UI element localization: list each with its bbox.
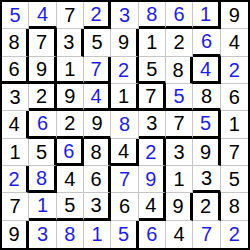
cell-r4c1[interactable]: 3 xyxy=(2,84,29,111)
cell-r5c8[interactable]: 5 xyxy=(193,111,220,138)
cell-r7c1[interactable]: 2 xyxy=(2,166,29,193)
cell-r5c3[interactable]: 2 xyxy=(57,111,84,138)
cell-r6c1[interactable]: 1 xyxy=(2,139,29,166)
cell-r9c8[interactable]: 7 xyxy=(193,221,220,248)
cell-r1c5[interactable]: 3 xyxy=(111,2,138,29)
cell-r1c9[interactable]: 9 xyxy=(221,2,248,29)
cell-r5c5[interactable]: 8 xyxy=(111,111,138,138)
cell-r2c8[interactable]: 6 xyxy=(193,29,220,56)
cell-r9c5[interactable]: 5 xyxy=(111,221,138,248)
cell-r4c6[interactable]: 7 xyxy=(139,84,166,111)
cell-r6c2[interactable]: 5 xyxy=(29,139,56,166)
cell-r1c4[interactable]: 2 xyxy=(84,2,111,29)
cell-r3c3[interactable]: 1 xyxy=(57,57,84,84)
cell-r3c2[interactable]: 9 xyxy=(29,57,56,84)
cell-r9c3[interactable]: 8 xyxy=(57,221,84,248)
cell-r7c2[interactable]: 8 xyxy=(29,166,56,193)
cell-r4c9[interactable]: 6 xyxy=(221,84,248,111)
cell-r8c4[interactable]: 3 xyxy=(84,193,111,220)
cell-r2c6[interactable]: 1 xyxy=(139,29,166,56)
cell-r2c4[interactable]: 5 xyxy=(84,29,111,56)
cell-r5c7[interactable]: 7 xyxy=(166,111,193,138)
cell-r9c9[interactable]: 2 xyxy=(221,221,248,248)
cell-r4c8[interactable]: 8 xyxy=(193,84,220,111)
cell-r3c5[interactable]: 2 xyxy=(111,57,138,84)
cell-r2c3[interactable]: 3 xyxy=(57,29,84,56)
cell-r6c8[interactable]: 9 xyxy=(193,139,220,166)
cell-r1c3[interactable]: 7 xyxy=(57,2,84,29)
cell-r1c7[interactable]: 6 xyxy=(166,2,193,29)
cell-r4c3[interactable]: 9 xyxy=(57,84,84,111)
cell-r4c2[interactable]: 2 xyxy=(29,84,56,111)
cell-r7c8[interactable]: 3 xyxy=(193,166,220,193)
cell-r7c5[interactable]: 7 xyxy=(111,166,138,193)
cell-r6c5[interactable]: 4 xyxy=(111,139,138,166)
cell-r8c8[interactable]: 2 xyxy=(193,193,220,220)
cell-r7c7[interactable]: 1 xyxy=(166,166,193,193)
cell-r3c1[interactable]: 6 xyxy=(2,57,29,84)
cell-r2c2[interactable]: 7 xyxy=(29,29,56,56)
cell-r8c2[interactable]: 1 xyxy=(29,193,56,220)
cell-r1c8[interactable]: 1 xyxy=(193,2,220,29)
cell-r5c1[interactable]: 4 xyxy=(2,111,29,138)
cell-r2c9[interactable]: 4 xyxy=(221,29,248,56)
cell-r8c6[interactable]: 4 xyxy=(139,193,166,220)
cell-r6c9[interactable]: 7 xyxy=(221,139,248,166)
cell-r8c1[interactable]: 7 xyxy=(2,193,29,220)
cell-r9c7[interactable]: 4 xyxy=(166,221,193,248)
cell-r8c7[interactable]: 9 xyxy=(166,193,193,220)
cell-r2c7[interactable]: 2 xyxy=(166,29,193,56)
cell-r7c9[interactable]: 5 xyxy=(221,166,248,193)
cell-r8c5[interactable]: 6 xyxy=(111,193,138,220)
cell-r9c2[interactable]: 3 xyxy=(29,221,56,248)
cell-r8c9[interactable]: 8 xyxy=(221,193,248,220)
cell-r9c4[interactable]: 1 xyxy=(84,221,111,248)
cell-r5c6[interactable]: 3 xyxy=(139,111,166,138)
cell-r7c6[interactable]: 9 xyxy=(139,166,166,193)
cell-r7c3[interactable]: 4 xyxy=(57,166,84,193)
cell-r1c2[interactable]: 4 xyxy=(29,2,56,29)
cell-r3c8[interactable]: 4 xyxy=(193,57,220,84)
cell-r4c5[interactable]: 1 xyxy=(111,84,138,111)
cell-r9c1[interactable]: 9 xyxy=(2,221,29,248)
cell-r6c7[interactable]: 3 xyxy=(166,139,193,166)
cell-r6c6[interactable]: 2 xyxy=(139,139,166,166)
cell-r3c6[interactable]: 5 xyxy=(139,57,166,84)
cell-r1c6[interactable]: 8 xyxy=(139,2,166,29)
cell-r5c9[interactable]: 1 xyxy=(221,111,248,138)
cell-r3c9[interactable]: 2 xyxy=(221,57,248,84)
cell-r5c4[interactable]: 9 xyxy=(84,111,111,138)
cell-r1c1[interactable]: 5 xyxy=(2,2,29,29)
cell-r3c4[interactable]: 7 xyxy=(84,57,111,84)
cell-r2c5[interactable]: 9 xyxy=(111,29,138,56)
cell-r7c4[interactable]: 6 xyxy=(84,166,111,193)
cell-r6c4[interactable]: 8 xyxy=(84,139,111,166)
cell-r4c7[interactable]: 5 xyxy=(166,84,193,111)
cell-r6c3[interactable]: 6 xyxy=(57,139,84,166)
sudoku-board: 5472386198735912646917258423294175864629… xyxy=(0,0,250,250)
cell-r2c1[interactable]: 8 xyxy=(2,29,29,56)
cell-r3c7[interactable]: 8 xyxy=(166,57,193,84)
cell-r8c3[interactable]: 5 xyxy=(57,193,84,220)
cell-r9c6[interactable]: 6 xyxy=(139,221,166,248)
cell-r5c2[interactable]: 6 xyxy=(29,111,56,138)
cell-r4c4[interactable]: 4 xyxy=(84,84,111,111)
